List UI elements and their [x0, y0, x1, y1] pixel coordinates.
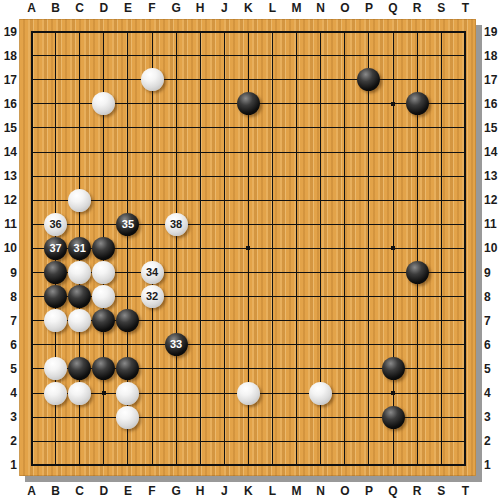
coord-label-right-3: 3 — [484, 410, 500, 424]
coord-label-bottom-C: C — [70, 484, 90, 498]
coord-label-top-S: S — [431, 1, 451, 15]
stone-white-N4 — [309, 382, 332, 405]
stone-white-E4 — [116, 382, 139, 405]
star-point-Q10 — [391, 246, 395, 250]
coord-label-right-4: 4 — [484, 386, 500, 400]
stone-white-C4 — [68, 382, 91, 405]
coord-label-left-9: 9 — [2, 266, 17, 280]
coord-label-top-P: P — [359, 1, 379, 15]
stone-black-Q5 — [382, 357, 405, 380]
board-drop-shadow-right — [476, 25, 482, 482]
coord-label-top-A: A — [22, 1, 42, 15]
stone-black-B10: 37 — [44, 237, 67, 260]
stone-white-E3 — [116, 406, 139, 429]
coord-label-top-E: E — [118, 1, 138, 15]
coord-label-bottom-S: S — [431, 484, 451, 498]
coord-label-bottom-K: K — [238, 484, 258, 498]
coord-label-left-17: 17 — [2, 73, 17, 87]
coord-label-left-10: 10 — [2, 241, 17, 255]
coord-label-bottom-D: D — [94, 484, 114, 498]
coord-label-left-19: 19 — [2, 25, 17, 39]
coord-label-top-L: L — [263, 1, 283, 15]
coord-label-bottom-T: T — [455, 484, 475, 498]
coord-label-right-11: 11 — [484, 217, 500, 231]
coord-label-bottom-Q: Q — [383, 484, 403, 498]
coord-label-right-14: 14 — [484, 145, 500, 159]
coord-label-top-K: K — [238, 1, 258, 15]
stone-white-C12 — [68, 189, 91, 212]
coord-label-left-11: 11 — [2, 217, 17, 231]
stone-black-Q3 — [382, 406, 405, 429]
coord-label-left-16: 16 — [2, 97, 17, 111]
coord-label-right-2: 2 — [484, 434, 500, 448]
stone-white-F9: 34 — [141, 261, 164, 284]
coord-label-right-9: 9 — [484, 266, 500, 280]
coord-label-top-H: H — [190, 1, 210, 15]
coord-label-bottom-L: L — [263, 484, 283, 498]
coord-label-left-2: 2 — [2, 434, 17, 448]
coord-label-top-O: O — [335, 1, 355, 15]
stone-white-B4 — [44, 382, 67, 405]
coord-label-bottom-N: N — [311, 484, 331, 498]
coord-label-top-F: F — [142, 1, 162, 15]
coord-label-right-15: 15 — [484, 121, 500, 135]
coord-label-bottom-J: J — [214, 484, 234, 498]
stone-black-B9 — [44, 261, 67, 284]
coord-label-left-5: 5 — [2, 362, 17, 376]
coord-label-left-6: 6 — [2, 338, 17, 352]
coord-label-bottom-M: M — [287, 484, 307, 498]
coord-label-top-R: R — [407, 1, 427, 15]
stone-white-B11: 36 — [44, 213, 67, 236]
coord-label-right-17: 17 — [484, 73, 500, 87]
coord-label-left-3: 3 — [2, 410, 17, 424]
coord-label-top-C: C — [70, 1, 90, 15]
stone-white-F17 — [141, 68, 164, 91]
coord-label-right-8: 8 — [484, 290, 500, 304]
coord-label-right-18: 18 — [484, 49, 500, 63]
star-point-Q16 — [391, 102, 395, 106]
board-drop-shadow-bottom — [25, 476, 482, 482]
coord-label-right-7: 7 — [484, 314, 500, 328]
coord-label-right-1: 1 — [484, 458, 500, 472]
coord-label-left-1: 1 — [2, 458, 17, 472]
coord-label-bottom-G: G — [166, 484, 186, 498]
coord-label-bottom-E: E — [118, 484, 138, 498]
coord-label-top-G: G — [166, 1, 186, 15]
coord-label-left-7: 7 — [2, 314, 17, 328]
coord-label-bottom-P: P — [359, 484, 379, 498]
coord-label-top-D: D — [94, 1, 114, 15]
coord-label-top-B: B — [46, 1, 66, 15]
coord-label-top-J: J — [214, 1, 234, 15]
coord-label-bottom-R: R — [407, 484, 427, 498]
coord-label-left-13: 13 — [2, 169, 17, 183]
star-point-K10 — [246, 246, 250, 250]
coord-label-left-8: 8 — [2, 290, 17, 304]
coord-label-right-6: 6 — [484, 338, 500, 352]
coord-label-right-19: 19 — [484, 25, 500, 39]
coord-label-bottom-H: H — [190, 484, 210, 498]
coord-label-left-18: 18 — [2, 49, 17, 63]
coord-label-left-12: 12 — [2, 193, 17, 207]
stone-black-C10: 31 — [68, 237, 91, 260]
star-point-Q4 — [391, 391, 395, 395]
stone-white-F8: 32 — [141, 285, 164, 308]
coord-label-bottom-O: O — [335, 484, 355, 498]
coord-label-right-16: 16 — [484, 97, 500, 111]
coord-label-right-12: 12 — [484, 193, 500, 207]
coord-label-bottom-B: B — [46, 484, 66, 498]
stone-black-R16 — [406, 92, 429, 115]
stone-white-K4 — [237, 382, 260, 405]
coord-label-top-M: M — [287, 1, 307, 15]
star-point-D4 — [102, 391, 106, 395]
coord-label-left-14: 14 — [2, 145, 17, 159]
coord-label-bottom-A: A — [22, 484, 42, 498]
coord-label-top-T: T — [455, 1, 475, 15]
coord-label-right-5: 5 — [484, 362, 500, 376]
coord-label-top-Q: Q — [383, 1, 403, 15]
coord-label-bottom-F: F — [142, 484, 162, 498]
coord-label-left-4: 4 — [2, 386, 17, 400]
stone-black-G6: 33 — [165, 333, 188, 356]
coord-label-right-10: 10 — [484, 241, 500, 255]
coord-label-left-15: 15 — [2, 121, 17, 135]
stone-white-G11: 38 — [165, 213, 188, 236]
stone-black-R9 — [406, 261, 429, 284]
coord-label-top-N: N — [311, 1, 331, 15]
coord-label-right-13: 13 — [484, 169, 500, 183]
go-board-diagram: AABBCCDDEEFFGGHHJJKKLLMMNNOOPPQQRRSSTT19… — [0, 0, 500, 500]
